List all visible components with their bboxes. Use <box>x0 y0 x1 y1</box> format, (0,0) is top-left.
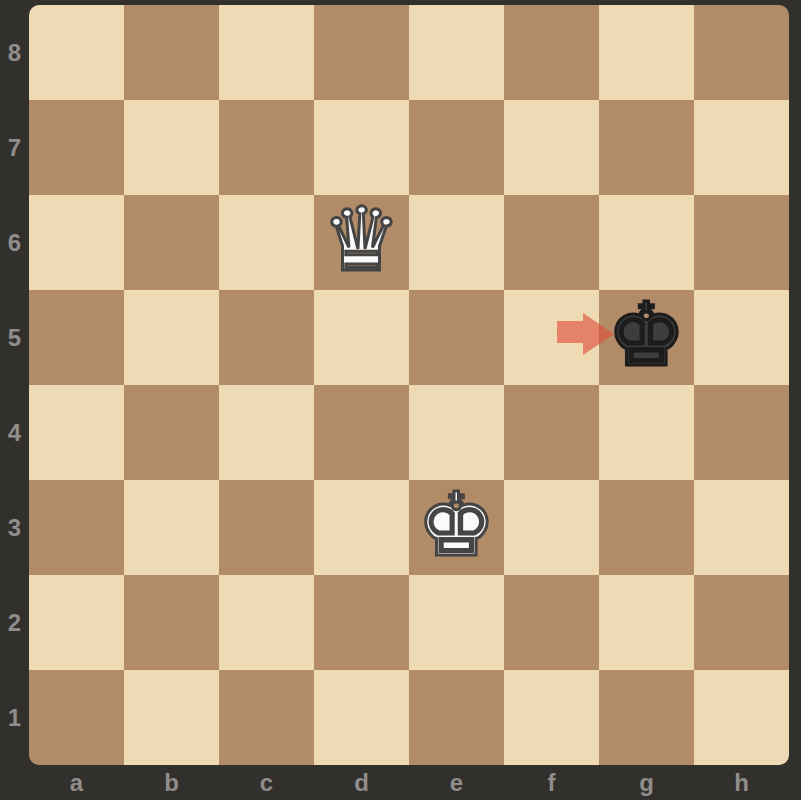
square-a8[interactable] <box>29 5 124 100</box>
square-g3[interactable] <box>599 480 694 575</box>
square-g1[interactable] <box>599 670 694 765</box>
square-d2[interactable] <box>314 575 409 670</box>
square-f8[interactable] <box>504 5 599 100</box>
square-g2[interactable] <box>599 575 694 670</box>
square-f2[interactable] <box>504 575 599 670</box>
square-d1[interactable] <box>314 670 409 765</box>
square-e8[interactable] <box>409 5 504 100</box>
rank-label-3: 3 <box>0 480 29 575</box>
square-h5[interactable] <box>694 290 789 385</box>
square-c1[interactable] <box>219 670 314 765</box>
file-label-e: e <box>409 765 504 800</box>
square-a1[interactable] <box>29 670 124 765</box>
square-d4[interactable] <box>314 385 409 480</box>
piece-white-king-e3[interactable]: ♚ <box>409 477 504 572</box>
square-h3[interactable] <box>694 480 789 575</box>
square-a7[interactable] <box>29 100 124 195</box>
square-g6[interactable] <box>599 195 694 290</box>
square-c2[interactable] <box>219 575 314 670</box>
square-d7[interactable] <box>314 100 409 195</box>
square-g7[interactable] <box>599 100 694 195</box>
rank-label-8: 8 <box>0 5 29 100</box>
square-c5[interactable] <box>219 290 314 385</box>
rank-label-2: 2 <box>0 575 29 670</box>
rank-labels: 87654321 <box>0 5 29 765</box>
square-b6[interactable] <box>124 195 219 290</box>
square-b4[interactable] <box>124 385 219 480</box>
square-f6[interactable] <box>504 195 599 290</box>
file-label-d: d <box>314 765 409 800</box>
square-h7[interactable] <box>694 100 789 195</box>
square-a3[interactable] <box>29 480 124 575</box>
square-d3[interactable] <box>314 480 409 575</box>
square-f7[interactable] <box>504 100 599 195</box>
square-e4[interactable] <box>409 385 504 480</box>
rank-label-1: 1 <box>0 670 29 765</box>
square-a4[interactable] <box>29 385 124 480</box>
rank-label-5: 5 <box>0 290 29 385</box>
square-e5[interactable] <box>409 290 504 385</box>
square-c7[interactable] <box>219 100 314 195</box>
square-b1[interactable] <box>124 670 219 765</box>
square-c3[interactable] <box>219 480 314 575</box>
square-d8[interactable] <box>314 5 409 100</box>
square-e1[interactable] <box>409 670 504 765</box>
square-f3[interactable] <box>504 480 599 575</box>
square-f4[interactable] <box>504 385 599 480</box>
square-f5[interactable] <box>504 290 599 385</box>
piece-white-queen-d6[interactable]: ♛ <box>314 192 409 287</box>
square-h1[interactable] <box>694 670 789 765</box>
square-g4[interactable] <box>599 385 694 480</box>
square-b8[interactable] <box>124 5 219 100</box>
square-b2[interactable] <box>124 575 219 670</box>
square-e7[interactable] <box>409 100 504 195</box>
square-d5[interactable] <box>314 290 409 385</box>
square-h8[interactable] <box>694 5 789 100</box>
square-b5[interactable] <box>124 290 219 385</box>
square-a2[interactable] <box>29 575 124 670</box>
square-h2[interactable] <box>694 575 789 670</box>
square-e6[interactable] <box>409 195 504 290</box>
rank-label-4: 4 <box>0 385 29 480</box>
square-c4[interactable] <box>219 385 314 480</box>
square-h4[interactable] <box>694 385 789 480</box>
square-g8[interactable] <box>599 5 694 100</box>
square-a6[interactable] <box>29 195 124 290</box>
square-f1[interactable] <box>504 670 599 765</box>
square-c8[interactable] <box>219 5 314 100</box>
file-labels: abcdefgh <box>29 765 789 800</box>
file-label-c: c <box>219 765 314 800</box>
square-a5[interactable] <box>29 290 124 385</box>
file-label-g: g <box>599 765 694 800</box>
chess-app-stage: ♛♚♚ 87654321 abcdefgh <box>0 0 801 800</box>
piece-black-king-g5[interactable]: ♚ <box>599 287 694 382</box>
rank-label-7: 7 <box>0 100 29 195</box>
rank-label-6: 6 <box>0 195 29 290</box>
square-h6[interactable] <box>694 195 789 290</box>
square-b3[interactable] <box>124 480 219 575</box>
file-label-f: f <box>504 765 599 800</box>
file-label-b: b <box>124 765 219 800</box>
file-label-a: a <box>29 765 124 800</box>
square-b7[interactable] <box>124 100 219 195</box>
square-e2[interactable] <box>409 575 504 670</box>
file-label-h: h <box>694 765 789 800</box>
square-c6[interactable] <box>219 195 314 290</box>
